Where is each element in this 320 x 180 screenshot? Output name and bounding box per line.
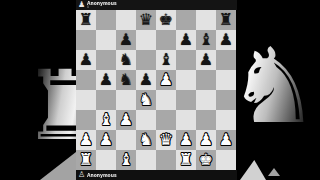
piece-white-pawn[interactable]: ♟	[199, 130, 213, 150]
square-d1[interactable]	[136, 150, 156, 170]
square-e3[interactable]	[156, 110, 176, 130]
piece-white-pawn[interactable]: ♟	[99, 130, 113, 150]
square-e6[interactable]: ♝	[156, 50, 176, 70]
square-c8[interactable]	[116, 10, 136, 30]
square-h1[interactable]	[216, 150, 236, 170]
square-f4[interactable]	[176, 90, 196, 110]
square-g6[interactable]: ♟	[196, 50, 216, 70]
square-h8[interactable]: ♜	[216, 10, 236, 30]
piece-black-bishop[interactable]: ♝	[199, 30, 213, 50]
player-top-piece-icon: ♟	[78, 1, 85, 9]
piece-black-knight[interactable]: ♞	[119, 70, 133, 90]
piece-black-pawn[interactable]: ♟	[219, 30, 233, 50]
square-d2[interactable]: ♞	[136, 130, 156, 150]
piece-white-pawn[interactable]: ♟	[179, 130, 193, 150]
square-d8[interactable]: ♛	[136, 10, 156, 30]
chess-board[interactable]: ♜♛♚♜♟♟♝♟♟♞♝♟♟♞♟♟♞♝♟♟♟♞♛♟♟♟♜♝♜♚	[76, 10, 236, 170]
square-f5[interactable]	[176, 70, 196, 90]
background-board-surface-right-small	[268, 168, 280, 176]
square-g4[interactable]	[196, 90, 216, 110]
piece-white-rook[interactable]: ♜	[79, 150, 93, 170]
square-b6[interactable]	[96, 50, 116, 70]
square-g7[interactable]: ♝	[196, 30, 216, 50]
square-c3[interactable]: ♟	[116, 110, 136, 130]
square-a7[interactable]	[76, 30, 96, 50]
square-d4[interactable]: ♞	[136, 90, 156, 110]
piece-white-pawn[interactable]: ♟	[219, 130, 233, 150]
piece-black-king[interactable]: ♚	[159, 10, 173, 30]
square-f6[interactable]	[176, 50, 196, 70]
player-bar-bottom: ♙ Anonymous	[76, 170, 237, 180]
square-b5[interactable]: ♟	[96, 70, 116, 90]
square-g8[interactable]	[196, 10, 216, 30]
square-h4[interactable]	[216, 90, 236, 110]
square-e4[interactable]	[156, 90, 176, 110]
square-b2[interactable]: ♟	[96, 130, 116, 150]
piece-white-queen[interactable]: ♛	[159, 130, 173, 150]
piece-black-pawn[interactable]: ♟	[179, 30, 193, 50]
piece-white-king[interactable]: ♚	[199, 150, 213, 170]
square-e5[interactable]: ♟	[156, 70, 176, 90]
square-d7[interactable]	[136, 30, 156, 50]
player-bottom-name[interactable]: Anonymous	[87, 173, 117, 178]
square-b1[interactable]	[96, 150, 116, 170]
square-c4[interactable]	[116, 90, 136, 110]
square-f1[interactable]: ♜	[176, 150, 196, 170]
square-c6[interactable]: ♞	[116, 50, 136, 70]
square-c7[interactable]: ♟	[116, 30, 136, 50]
piece-black-pawn[interactable]: ♟	[199, 50, 213, 70]
square-g5[interactable]	[196, 70, 216, 90]
thumbnail-stage: ♜ ♞ ♟ Anonymous 0 ♜♛♚♜♟♟♝♟♟♞♝♟♟♞♟♟♞♝♟♟♟♞…	[0, 0, 320, 180]
square-f8[interactable]	[176, 10, 196, 30]
square-f2[interactable]: ♟	[176, 130, 196, 150]
square-b4[interactable]	[96, 90, 116, 110]
piece-white-pawn[interactable]: ♟	[159, 70, 173, 90]
square-h2[interactable]: ♟	[216, 130, 236, 150]
piece-white-knight[interactable]: ♞	[139, 90, 153, 110]
piece-white-rook[interactable]: ♜	[179, 150, 193, 170]
player-top-rating: 0	[87, 6, 117, 10]
square-a2[interactable]: ♟	[76, 130, 96, 150]
square-b7[interactable]	[96, 30, 116, 50]
piece-black-queen[interactable]: ♛	[139, 10, 153, 30]
square-a3[interactable]	[76, 110, 96, 130]
square-g1[interactable]: ♚	[196, 150, 216, 170]
piece-black-pawn[interactable]: ♟	[119, 30, 133, 50]
square-a4[interactable]	[76, 90, 96, 110]
square-e8[interactable]: ♚	[156, 10, 176, 30]
piece-black-pawn[interactable]: ♟	[139, 70, 153, 90]
piece-black-knight[interactable]: ♞	[119, 50, 133, 70]
square-d3[interactable]	[136, 110, 156, 130]
piece-white-pawn[interactable]: ♟	[79, 130, 93, 150]
square-a5[interactable]	[76, 70, 96, 90]
square-f3[interactable]	[176, 110, 196, 130]
piece-black-bishop[interactable]: ♝	[159, 50, 173, 70]
square-g2[interactable]: ♟	[196, 130, 216, 150]
square-a1[interactable]: ♜	[76, 150, 96, 170]
square-e1[interactable]	[156, 150, 176, 170]
piece-black-pawn[interactable]: ♟	[99, 70, 113, 90]
piece-black-rook[interactable]: ♜	[219, 10, 233, 30]
square-f7[interactable]: ♟	[176, 30, 196, 50]
square-h6[interactable]	[216, 50, 236, 70]
square-a8[interactable]: ♜	[76, 10, 96, 30]
piece-white-bishop[interactable]: ♝	[119, 150, 133, 170]
square-a6[interactable]: ♟	[76, 50, 96, 70]
square-c1[interactable]: ♝	[116, 150, 136, 170]
player-bottom-piece-icon: ♙	[78, 171, 85, 179]
piece-black-rook[interactable]: ♜	[79, 10, 93, 30]
background-knight-photo: ♞	[227, 34, 320, 138]
player-bar-top: ♟ Anonymous 0	[76, 0, 237, 10]
square-h7[interactable]: ♟	[216, 30, 236, 50]
square-d6[interactable]	[136, 50, 156, 70]
square-h3[interactable]	[216, 110, 236, 130]
piece-white-bishop[interactable]: ♝	[99, 110, 113, 130]
square-h5[interactable]	[216, 70, 236, 90]
square-e2[interactable]: ♛	[156, 130, 176, 150]
piece-white-pawn[interactable]: ♟	[119, 110, 133, 130]
square-c2[interactable]	[116, 130, 136, 150]
square-d5[interactable]: ♟	[136, 70, 156, 90]
square-g3[interactable]	[196, 110, 216, 130]
piece-black-pawn[interactable]: ♟	[79, 50, 93, 70]
square-b3[interactable]: ♝	[96, 110, 116, 130]
square-e7[interactable]	[156, 30, 176, 50]
background-board-surface-right	[240, 160, 266, 180]
square-b8[interactable]	[96, 10, 116, 30]
piece-white-knight[interactable]: ♞	[139, 130, 153, 150]
square-c5[interactable]: ♞	[116, 70, 136, 90]
